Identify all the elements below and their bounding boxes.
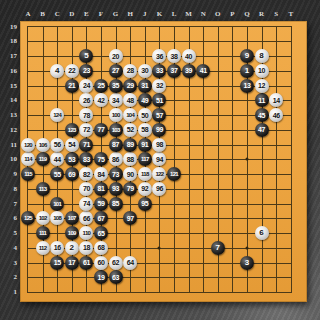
- stone-white-122-k9: 122: [152, 167, 166, 181]
- stone-white-78-e13: 78: [79, 108, 93, 122]
- stone-black-103-g12: 103: [109, 123, 123, 137]
- stone-white-54-d11: 54: [65, 138, 79, 152]
- move-number: 58: [141, 126, 148, 133]
- row-label-5: 5: [14, 229, 18, 237]
- move-number: 113: [39, 185, 47, 191]
- move-number: 19: [98, 273, 105, 280]
- stone-black-41-n16: 41: [196, 64, 210, 78]
- move-number: 111: [39, 230, 46, 236]
- stone-white-120-a11: 120: [21, 138, 35, 152]
- move-number: 72: [83, 126, 90, 133]
- col-label-o: O: [215, 10, 220, 18]
- grid-line-vertical: [276, 27, 277, 293]
- move-number: 87: [112, 141, 119, 148]
- stone-white-36-k17: 36: [152, 49, 166, 63]
- stone-black-109-d5: 109: [65, 226, 79, 240]
- stone-black-19-f2: 19: [94, 270, 108, 284]
- move-number: 42: [98, 96, 105, 103]
- col-label-c: C: [55, 10, 60, 18]
- move-number: 41: [200, 67, 207, 74]
- move-number: 118: [141, 171, 149, 177]
- move-number: 24: [83, 82, 90, 89]
- col-label-q: Q: [244, 10, 249, 18]
- stone-black-75-f10: 75: [94, 152, 108, 166]
- stone-black-79-h8: 79: [123, 182, 137, 196]
- move-number: 102: [39, 215, 47, 221]
- move-number: 69: [68, 170, 75, 177]
- stone-black-81-f8: 81: [94, 182, 108, 196]
- move-number: 59: [98, 200, 105, 207]
- move-number: 114: [24, 156, 32, 162]
- move-number: 50: [141, 111, 148, 118]
- stone-white-52-h12: 52: [123, 123, 137, 137]
- stone-white-92-j8: 92: [138, 182, 152, 196]
- move-number: 75: [98, 155, 105, 162]
- stone-white-42-f14: 42: [94, 93, 108, 107]
- stone-black-5-e17: 5: [79, 49, 93, 63]
- stone-black-65-f5: 65: [94, 226, 108, 240]
- stone-white-94-k10: 94: [152, 152, 166, 166]
- move-number: 67: [98, 214, 105, 221]
- stone-white-86-g10: 86: [109, 152, 123, 166]
- row-label-13: 13: [10, 111, 17, 119]
- move-number: 4: [55, 66, 59, 74]
- stone-white-98-k11: 98: [152, 138, 166, 152]
- stone-white-114-a10: 114: [21, 152, 35, 166]
- move-number: 1: [245, 66, 249, 74]
- move-number: 10: [258, 67, 265, 74]
- move-number: 16: [54, 244, 61, 251]
- stone-black-67-f6: 67: [94, 211, 108, 225]
- move-number: 40: [185, 52, 192, 59]
- stone-black-37-l16: 37: [167, 64, 181, 78]
- move-number: 57: [156, 111, 163, 118]
- stone-black-95-j7: 95: [138, 197, 152, 211]
- move-number: 65: [98, 229, 105, 236]
- move-number: 63: [112, 273, 119, 280]
- stone-white-74-e7: 74: [79, 197, 93, 211]
- stone-white-6-r5: 6: [255, 226, 269, 240]
- col-label-j: J: [143, 10, 147, 18]
- move-number: 78: [83, 111, 90, 118]
- stone-white-124-c13: 124: [50, 108, 64, 122]
- stone-white-32-k15: 32: [152, 79, 166, 93]
- stone-black-115-a9: 115: [21, 167, 35, 181]
- grid-line-horizontal: [28, 277, 291, 278]
- move-number: 120: [24, 141, 32, 147]
- stone-black-15-c3: 15: [50, 256, 64, 270]
- stone-black-53-d10: 53: [65, 152, 79, 166]
- stone-black-49-j14: 49: [138, 93, 152, 107]
- move-number: 84: [98, 170, 105, 177]
- col-label-h: H: [127, 10, 132, 18]
- row-label-8: 8: [14, 185, 18, 193]
- move-number: 45: [258, 111, 265, 118]
- stone-white-118-j9: 118: [138, 167, 152, 181]
- move-number: 35: [112, 82, 119, 89]
- stone-black-27-g16: 27: [109, 64, 123, 78]
- move-number: 38: [171, 52, 178, 59]
- stone-white-82-e9: 82: [79, 167, 93, 181]
- move-number: 117: [141, 156, 149, 162]
- stone-white-30-j16: 30: [138, 64, 152, 78]
- stone-black-31-j15: 31: [138, 79, 152, 93]
- move-number: 7: [216, 243, 220, 251]
- stone-white-58-j12: 58: [138, 123, 152, 137]
- stone-black-123-d12: 123: [65, 123, 79, 137]
- stone-white-60-f3: 60: [94, 256, 108, 270]
- move-number: 22: [68, 67, 75, 74]
- move-number: 14: [273, 96, 280, 103]
- grid-line-vertical: [232, 27, 233, 293]
- stone-black-101-c7: 101: [50, 197, 64, 211]
- stone-black-45-r13: 45: [255, 108, 269, 122]
- move-number: 91: [141, 141, 148, 148]
- move-number: 3: [245, 258, 249, 266]
- stone-white-20-g17: 20: [109, 49, 123, 63]
- stone-white-10-r16: 10: [255, 64, 269, 78]
- grid-line-horizontal: [28, 204, 291, 205]
- stone-white-62-g3: 62: [109, 256, 123, 270]
- stone-black-121-l9: 121: [167, 167, 181, 181]
- stone-black-85-g7: 85: [109, 197, 123, 211]
- col-label-p: P: [230, 10, 234, 18]
- row-label-9: 9: [14, 170, 18, 178]
- row-label-17: 17: [10, 52, 17, 60]
- move-number: 101: [53, 200, 61, 206]
- move-number: 61: [83, 259, 90, 266]
- move-number: 110: [83, 230, 91, 236]
- move-number: 46: [273, 111, 280, 118]
- move-number: 29: [127, 82, 134, 89]
- move-number: 100: [112, 112, 120, 118]
- stone-black-69-d9: 69: [65, 167, 79, 181]
- stone-white-90-h9: 90: [123, 167, 137, 181]
- move-number: 2: [70, 243, 74, 251]
- stone-black-61-e3: 61: [79, 256, 93, 270]
- stone-black-63-g2: 63: [109, 270, 123, 284]
- move-number: 28: [127, 67, 134, 74]
- stone-white-16-c4: 16: [50, 241, 64, 255]
- move-number: 56: [54, 141, 61, 148]
- row-label-1: 1: [14, 288, 18, 296]
- move-number: 81: [98, 185, 105, 192]
- stone-black-107-d6: 107: [65, 211, 79, 225]
- stone-black-21-d15: 21: [65, 79, 79, 93]
- move-number: 92: [141, 185, 148, 192]
- move-number: 98: [156, 141, 163, 148]
- col-label-d: D: [69, 10, 74, 18]
- stone-black-29-h15: 29: [123, 79, 137, 93]
- stone-black-113-b8: 113: [36, 182, 50, 196]
- stone-black-3-q3: 3: [240, 256, 254, 270]
- move-number: 79: [127, 185, 134, 192]
- move-number: 64: [127, 259, 134, 266]
- move-number: 53: [68, 155, 75, 162]
- move-number: 62: [112, 259, 119, 266]
- stone-black-47-r12: 47: [255, 123, 269, 137]
- move-number: 106: [39, 141, 47, 147]
- row-label-18: 18: [10, 37, 17, 45]
- move-number: 97: [127, 214, 134, 221]
- move-number: 83: [83, 155, 90, 162]
- move-number: 119: [39, 156, 47, 162]
- stone-black-93-g8: 93: [109, 182, 123, 196]
- stone-white-40-m17: 40: [182, 49, 196, 63]
- move-number: 85: [112, 200, 119, 207]
- stone-black-23-e16: 23: [79, 64, 93, 78]
- move-number: 88: [127, 155, 134, 162]
- stone-white-102-b6: 102: [36, 211, 50, 225]
- move-number: 52: [127, 126, 134, 133]
- move-number: 23: [83, 67, 90, 74]
- stone-white-8-r17: 8: [255, 49, 269, 63]
- move-number: 122: [155, 171, 163, 177]
- move-number: 121: [170, 171, 178, 177]
- stone-white-38-l17: 38: [167, 49, 181, 63]
- stone-black-89-h11: 89: [123, 138, 137, 152]
- move-number: 89: [127, 141, 134, 148]
- move-number: 39: [185, 67, 192, 74]
- stone-black-111-b5: 111: [36, 226, 50, 240]
- move-number: 86: [112, 155, 119, 162]
- stone-black-59-f7: 59: [94, 197, 108, 211]
- move-number: 90: [127, 170, 134, 177]
- stone-white-70-e8: 70: [79, 182, 93, 196]
- stone-white-44-c10: 44: [50, 152, 64, 166]
- row-label-12: 12: [10, 126, 17, 134]
- stone-white-14-s14: 14: [269, 93, 283, 107]
- col-label-k: K: [157, 10, 162, 18]
- move-number: 95: [141, 200, 148, 207]
- stone-white-28-h16: 28: [123, 64, 137, 78]
- stone-white-46-s13: 46: [269, 108, 283, 122]
- move-number: 94: [156, 155, 163, 162]
- move-number: 74: [83, 200, 90, 207]
- col-label-s: S: [274, 10, 278, 18]
- move-number: 107: [68, 215, 76, 221]
- move-number: 73: [112, 170, 119, 177]
- row-label-19: 19: [10, 23, 17, 31]
- row-label-6: 6: [14, 214, 18, 222]
- move-number: 8: [259, 52, 263, 60]
- stone-white-72-e12: 72: [79, 123, 93, 137]
- move-number: 36: [156, 52, 163, 59]
- move-number: 32: [156, 82, 163, 89]
- stone-white-12-r15: 12: [255, 79, 269, 93]
- stone-black-35-g15: 35: [109, 79, 123, 93]
- move-number: 18: [83, 244, 90, 251]
- col-label-e: E: [84, 10, 89, 18]
- stone-white-112-b4: 112: [36, 241, 50, 255]
- stone-black-51-k14: 51: [152, 93, 166, 107]
- col-label-n: N: [201, 10, 206, 18]
- col-label-g: G: [113, 10, 118, 18]
- stone-white-96-k8: 96: [152, 182, 166, 196]
- stone-white-106-b11: 106: [36, 138, 50, 152]
- move-number: 31: [141, 82, 148, 89]
- move-number: 123: [68, 126, 76, 132]
- move-number: 11: [258, 96, 265, 103]
- stone-black-71-e11: 71: [79, 138, 93, 152]
- move-number: 48: [127, 96, 134, 103]
- stone-white-4-c16: 4: [50, 64, 64, 78]
- col-label-t: T: [288, 10, 293, 18]
- stone-white-88-h10: 88: [123, 152, 137, 166]
- stone-black-13-q15: 13: [240, 79, 254, 93]
- move-number: 71: [83, 141, 90, 148]
- col-label-a: A: [25, 10, 30, 18]
- stone-white-22-d16: 22: [65, 64, 79, 78]
- move-number: 5: [84, 52, 88, 60]
- move-number: 93: [112, 185, 119, 192]
- move-number: 27: [112, 67, 119, 74]
- move-number: 96: [156, 185, 163, 192]
- move-number: 68: [98, 244, 105, 251]
- stone-black-17-d3: 17: [65, 256, 79, 270]
- stone-black-7-o4: 7: [211, 241, 225, 255]
- stone-black-11-r14: 11: [255, 93, 269, 107]
- stone-black-125-a6: 125: [21, 211, 35, 225]
- stone-black-1-q16: 1: [240, 64, 254, 78]
- stone-white-56-c11: 56: [50, 138, 64, 152]
- col-label-l: L: [172, 10, 177, 18]
- move-number: 9: [245, 52, 249, 60]
- row-label-4: 4: [14, 244, 18, 252]
- move-number: 55: [54, 170, 61, 177]
- stone-white-66-e6: 66: [79, 211, 93, 225]
- stone-black-91-j11: 91: [138, 138, 152, 152]
- move-number: 60: [98, 259, 105, 266]
- stone-white-24-e15: 24: [79, 79, 93, 93]
- stone-black-119-b10: 119: [36, 152, 50, 166]
- move-number: 54: [68, 141, 75, 148]
- move-number: 12: [258, 82, 265, 89]
- move-number: 49: [141, 96, 148, 103]
- move-number: 77: [98, 126, 105, 133]
- stone-white-2-d4: 2: [65, 241, 79, 255]
- row-label-15: 15: [10, 82, 17, 90]
- col-label-b: B: [40, 10, 45, 18]
- stone-white-48-h14: 48: [123, 93, 137, 107]
- move-number: 103: [112, 126, 120, 132]
- stone-black-83-e10: 83: [79, 152, 93, 166]
- move-number: 15: [54, 259, 61, 266]
- move-number: 66: [83, 214, 90, 221]
- stone-black-55-c9: 55: [50, 167, 64, 181]
- stone-black-39-m16: 39: [182, 64, 196, 78]
- star-point-k4: [158, 246, 161, 249]
- move-number: 34: [112, 96, 119, 103]
- move-number: 108: [53, 215, 61, 221]
- move-number: 6: [259, 229, 263, 237]
- stone-black-57-k13: 57: [152, 108, 166, 122]
- move-number: 82: [83, 170, 90, 177]
- stone-black-25-f15: 25: [94, 79, 108, 93]
- stone-black-117-j10: 117: [138, 152, 152, 166]
- row-label-7: 7: [14, 200, 18, 208]
- move-number: 51: [156, 96, 163, 103]
- move-number: 47: [258, 126, 265, 133]
- row-label-3: 3: [14, 259, 18, 267]
- go-kifu-screenshot: 1234567891011121314151617181920212223242…: [0, 0, 320, 320]
- move-number: 17: [68, 259, 75, 266]
- row-label-2: 2: [14, 273, 18, 281]
- move-number: 25: [98, 82, 105, 89]
- move-number: 99: [156, 126, 163, 133]
- stone-white-104-h13: 104: [123, 108, 137, 122]
- move-number: 13: [244, 82, 251, 89]
- star-point-q10: [246, 158, 249, 161]
- go-board[interactable]: 1234567891011121314151617181920212223242…: [20, 21, 307, 302]
- col-label-r: R: [259, 10, 264, 18]
- move-number: 33: [156, 67, 163, 74]
- stone-white-108-c6: 108: [50, 211, 64, 225]
- stone-white-26-e14: 26: [79, 93, 93, 107]
- stone-black-99-k12: 99: [152, 123, 166, 137]
- move-number: 37: [171, 67, 178, 74]
- move-number: 104: [126, 112, 134, 118]
- col-label-m: M: [185, 10, 192, 18]
- move-number: 20: [112, 52, 119, 59]
- row-label-10: 10: [10, 155, 17, 163]
- stone-black-77-f12: 77: [94, 123, 108, 137]
- stone-black-97-h6: 97: [123, 211, 137, 225]
- move-number: 70: [83, 185, 90, 192]
- move-number: 30: [141, 67, 148, 74]
- row-label-11: 11: [10, 141, 17, 149]
- move-number: 112: [39, 244, 47, 250]
- move-number: 109: [68, 230, 76, 236]
- stone-white-68-f4: 68: [94, 241, 108, 255]
- stone-white-100-g13: 100: [109, 108, 123, 122]
- stone-white-110-e5: 110: [79, 226, 93, 240]
- stone-black-87-g11: 87: [109, 138, 123, 152]
- move-number: 115: [24, 171, 32, 177]
- move-number: 21: [68, 82, 75, 89]
- col-label-f: F: [99, 10, 103, 18]
- row-label-16: 16: [10, 67, 17, 75]
- stone-white-50-j13: 50: [138, 108, 152, 122]
- stone-white-84-f9: 84: [94, 167, 108, 181]
- stone-black-33-k16: 33: [152, 64, 166, 78]
- stone-white-64-h3: 64: [123, 256, 137, 270]
- row-label-14: 14: [10, 96, 17, 104]
- star-point-q4: [246, 246, 249, 249]
- move-number: 124: [53, 112, 61, 118]
- stone-white-34-g14: 34: [109, 93, 123, 107]
- move-number: 44: [54, 155, 61, 162]
- move-number: 125: [24, 215, 32, 221]
- move-number: 26: [83, 96, 90, 103]
- stone-black-9-q17: 9: [240, 49, 254, 63]
- stone-black-73-g9: 73: [109, 167, 123, 181]
- stone-white-18-e4: 18: [79, 241, 93, 255]
